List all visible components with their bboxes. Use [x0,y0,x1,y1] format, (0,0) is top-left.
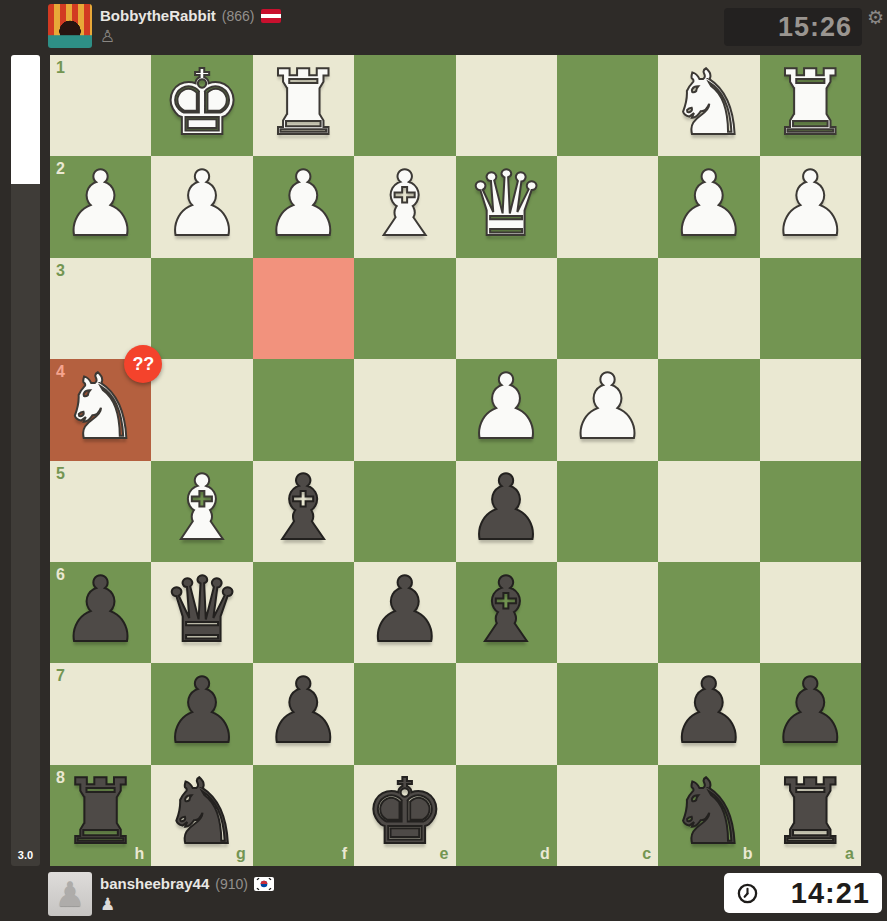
square-a6[interactable] [760,562,861,663]
file-label-c: c [642,845,651,863]
white-king-g1[interactable]: ♚ [162,58,243,148]
austria-flag-icon [261,9,281,23]
bottom-player-bar: ♟ bansheebray44 (910) ♟ [0,866,887,921]
bottom-player-rating: (910) [215,876,248,892]
square-h6[interactable]: 6♟ [50,562,151,663]
square-a4[interactable] [760,359,861,460]
square-h3[interactable]: 3 [50,258,151,359]
black-pawn-a7[interactable]: ♟ [770,666,851,756]
black-king-e8[interactable]: ♚ [364,767,445,857]
square-g3[interactable] [151,258,252,359]
white-bishop-e2[interactable]: ♝ [364,159,445,249]
square-e3[interactable] [354,258,455,359]
black-rook-a8[interactable]: ♜ [770,767,851,857]
square-f4[interactable] [253,359,354,460]
black-bishop-f5[interactable]: ♝ [263,463,344,553]
square-a3[interactable] [760,258,861,359]
avatar-pawn-icon: ♟ [55,877,85,911]
square-h7[interactable]: 7 [50,663,151,764]
square-c2[interactable] [557,156,658,257]
white-pawn-f2[interactable]: ♟ [263,159,344,249]
square-d5[interactable]: ♟ [456,461,557,562]
square-c8[interactable]: c [557,765,658,866]
square-g5[interactable]: ♝ [151,461,252,562]
gear-icon[interactable]: ⚙ [867,8,884,27]
square-b5[interactable] [658,461,759,562]
square-b3[interactable] [658,258,759,359]
square-f1[interactable]: ♜ [253,55,354,156]
square-f6[interactable] [253,562,354,663]
square-c1[interactable] [557,55,658,156]
square-g7[interactable]: ♟ [151,663,252,764]
square-e7[interactable] [354,663,455,764]
black-pawn-b7[interactable]: ♟ [669,666,750,756]
top-player-clock: 15:26 [724,8,862,46]
top-player-avatar[interactable] [48,4,92,48]
top-player-info: BobbytheRabbit (866) ♙ [100,7,281,45]
square-d8[interactable]: d [456,765,557,866]
bottom-player-clock: 14:21 [724,873,882,913]
file-label-f: f [342,845,347,863]
evaluation-bar-white-section [11,55,40,184]
chess-board[interactable]: 1♚♜♞♜2♟♟♟♝♛♟♟34♞??♟♟5♝♝♟6♟♛♟♝7♟♟♟♟8h♜g♞f… [50,55,861,866]
white-queen-d2[interactable]: ♛ [466,159,547,249]
square-h1[interactable]: 1 [50,55,151,156]
white-pawn-c4[interactable]: ♟ [567,362,648,452]
square-e4[interactable] [354,359,455,460]
square-d7[interactable] [456,663,557,764]
white-pawn-a2[interactable]: ♟ [770,159,851,249]
top-player-rating: (866) [222,8,255,24]
square-e2[interactable]: ♝ [354,156,455,257]
black-rook-h8[interactable]: ♜ [60,767,141,857]
square-c5[interactable] [557,461,658,562]
square-h4[interactable]: 4♞?? [50,359,151,460]
square-b6[interactable] [658,562,759,663]
rank-label-3: 3 [56,262,65,280]
square-f2[interactable]: ♟ [253,156,354,257]
square-e6[interactable]: ♟ [354,562,455,663]
square-d1[interactable] [456,55,557,156]
black-pawn-g7[interactable]: ♟ [162,666,243,756]
black-knight-g8[interactable]: ♞ [162,767,243,857]
square-a1[interactable]: ♜ [760,55,861,156]
black-pawn-e6[interactable]: ♟ [364,565,445,655]
top-player-name[interactable]: BobbytheRabbit [100,7,216,24]
square-a2[interactable]: ♟ [760,156,861,257]
south-korea-flag-icon [254,877,274,891]
square-f5[interactable]: ♝ [253,461,354,562]
square-h8[interactable]: 8h♜ [50,765,151,866]
white-rook-a1[interactable]: ♜ [770,58,851,148]
bottom-player-name[interactable]: bansheebray44 [100,875,209,892]
square-b8[interactable]: b♞ [658,765,759,866]
black-pawn-h6[interactable]: ♟ [60,565,141,655]
square-b4[interactable] [658,359,759,460]
black-pawn-icon: ♟ [100,896,274,913]
black-bishop-d6[interactable]: ♝ [466,565,547,655]
square-b2[interactable]: ♟ [658,156,759,257]
black-pawn-f7[interactable]: ♟ [263,666,344,756]
top-player-bar: BobbytheRabbit (866) ♙ 15:26 ⚙ [0,0,887,55]
square-a5[interactable] [760,461,861,562]
square-c3[interactable] [557,258,658,359]
white-pawn-icon: ♙ [100,28,281,45]
square-d6[interactable]: ♝ [456,562,557,663]
square-h5[interactable]: 5 [50,461,151,562]
square-f7[interactable]: ♟ [253,663,354,764]
square-e5[interactable] [354,461,455,562]
evaluation-bar: 3.0 [11,55,40,866]
square-c7[interactable] [557,663,658,764]
square-f3[interactable] [253,258,354,359]
black-pawn-d5[interactable]: ♟ [466,463,547,553]
white-bishop-g5[interactable]: ♝ [162,463,243,553]
bottom-player-info: bansheebray44 (910) ♟ [100,875,274,913]
clock-icon [736,882,759,905]
square-c6[interactable] [557,562,658,663]
rank-label-1: 1 [56,59,65,77]
top-clock-time: 15:26 [778,12,852,43]
square-d2[interactable]: ♛ [456,156,557,257]
square-g2[interactable]: ♟ [151,156,252,257]
square-e8[interactable]: e♚ [354,765,455,866]
square-b1[interactable]: ♞ [658,55,759,156]
bottom-clock-time: 14:21 [791,877,870,910]
square-d4[interactable]: ♟ [456,359,557,460]
white-rook-f1[interactable]: ♜ [263,58,344,148]
white-pawn-h2[interactable]: ♟ [60,159,141,249]
square-b7[interactable]: ♟ [658,663,759,764]
white-pawn-d4[interactable]: ♟ [466,362,547,452]
square-a8[interactable]: a♜ [760,765,861,866]
square-a7[interactable]: ♟ [760,663,861,764]
rank-label-7: 7 [56,667,65,685]
white-knight-b1[interactable]: ♞ [669,58,750,148]
square-d3[interactable] [456,258,557,359]
bottom-player-avatar[interactable]: ♟ [48,872,92,916]
square-h2[interactable]: 2♟ [50,156,151,257]
rank-label-5: 5 [56,465,65,483]
white-pawn-g2[interactable]: ♟ [162,159,243,249]
black-knight-b8[interactable]: ♞ [669,767,750,857]
evaluation-score: 3.0 [11,849,40,861]
square-e1[interactable] [354,55,455,156]
square-g1[interactable]: ♚ [151,55,252,156]
square-c4[interactable]: ♟ [557,359,658,460]
square-g8[interactable]: g♞ [151,765,252,866]
square-g4[interactable] [151,359,252,460]
white-pawn-b2[interactable]: ♟ [669,159,750,249]
square-f8[interactable]: f [253,765,354,866]
square-g6[interactable]: ♛ [151,562,252,663]
file-label-d: d [540,845,550,863]
black-queen-g6[interactable]: ♛ [162,565,243,655]
